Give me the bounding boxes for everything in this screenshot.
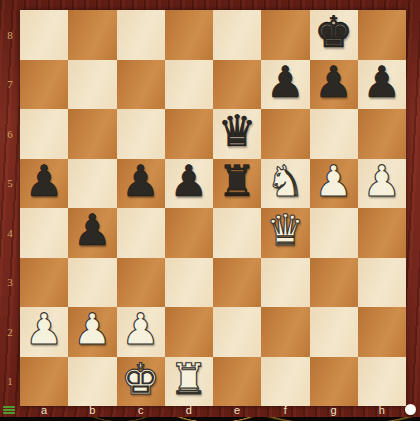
square-g1[interactable]: [310, 357, 358, 407]
file-label-d: d: [165, 403, 213, 417]
square-a4[interactable]: [20, 208, 68, 258]
square-g3[interactable]: [310, 258, 358, 308]
file-label-f: f: [261, 403, 309, 417]
white-king[interactable]: ♚: [121, 358, 160, 401]
white-pawn[interactable]: ♟: [314, 160, 353, 203]
square-d2[interactable]: [165, 307, 213, 357]
rank-label-4: 4: [0, 208, 20, 258]
square-a7[interactable]: [20, 60, 68, 110]
square-a1[interactable]: [20, 357, 68, 407]
menu-icon[interactable]: [3, 406, 15, 414]
square-h2[interactable]: [358, 307, 406, 357]
square-d5[interactable]: ♟: [165, 159, 213, 209]
black-rook[interactable]: ♜: [218, 160, 257, 203]
square-e7[interactable]: [213, 60, 261, 110]
file-label-h: h: [358, 403, 406, 417]
square-h3[interactable]: [358, 258, 406, 308]
rank-label-1: 1: [0, 357, 20, 407]
square-f7[interactable]: ♟: [261, 60, 309, 110]
square-b2[interactable]: ♟: [68, 307, 116, 357]
square-f6[interactable]: [261, 109, 309, 159]
rank-labels: 87654321: [0, 10, 20, 406]
square-g8[interactable]: ♚: [310, 10, 358, 60]
square-f1[interactable]: [261, 357, 309, 407]
black-queen[interactable]: ♛: [218, 110, 257, 153]
square-d7[interactable]: [165, 60, 213, 110]
file-label-b: b: [68, 403, 116, 417]
black-pawn[interactable]: ♟: [314, 61, 353, 104]
square-h8[interactable]: [358, 10, 406, 60]
square-b4[interactable]: ♟: [68, 208, 116, 258]
square-d1[interactable]: ♜: [165, 357, 213, 407]
square-d3[interactable]: [165, 258, 213, 308]
square-c5[interactable]: ♟: [117, 159, 165, 209]
square-d4[interactable]: [165, 208, 213, 258]
decorative-strip: [0, 417, 420, 421]
square-c3[interactable]: [117, 258, 165, 308]
square-c7[interactable]: [117, 60, 165, 110]
white-to-move-indicator: [405, 404, 416, 415]
file-labels: abcdefgh: [20, 403, 406, 417]
square-b6[interactable]: [68, 109, 116, 159]
black-pawn[interactable]: ♟: [170, 160, 209, 203]
square-e8[interactable]: [213, 10, 261, 60]
white-rook[interactable]: ♜: [170, 358, 209, 401]
file-label-e: e: [213, 403, 261, 417]
square-h4[interactable]: [358, 208, 406, 258]
square-g4[interactable]: [310, 208, 358, 258]
square-c2[interactable]: ♟: [117, 307, 165, 357]
white-pawn[interactable]: ♟: [25, 308, 64, 351]
white-knight[interactable]: ♞: [266, 160, 305, 203]
square-e1[interactable]: [213, 357, 261, 407]
square-e3[interactable]: [213, 258, 261, 308]
square-b1[interactable]: [68, 357, 116, 407]
square-f5[interactable]: ♞: [261, 159, 309, 209]
white-pawn[interactable]: ♟: [73, 308, 112, 351]
square-b7[interactable]: [68, 60, 116, 110]
rank-label-3: 3: [0, 258, 20, 308]
square-h1[interactable]: [358, 357, 406, 407]
chess-board: ♚♟♟♟♛♟♟♟♜♞♟♟♟♛♟♟♟♚♜: [20, 10, 406, 406]
square-g5[interactable]: ♟: [310, 159, 358, 209]
file-label-c: c: [117, 403, 165, 417]
square-b3[interactable]: [68, 258, 116, 308]
square-f3[interactable]: [261, 258, 309, 308]
white-pawn[interactable]: ♟: [363, 160, 402, 203]
white-queen[interactable]: ♛: [266, 209, 305, 252]
chess-app: 87654321 ♚♟♟♟♛♟♟♟♜♞♟♟♟♛♟♟♟♚♜ abcdefgh: [0, 0, 420, 421]
square-a3[interactable]: [20, 258, 68, 308]
square-b5[interactable]: [68, 159, 116, 209]
square-h6[interactable]: [358, 109, 406, 159]
square-e2[interactable]: [213, 307, 261, 357]
square-f4[interactable]: ♛: [261, 208, 309, 258]
black-pawn[interactable]: ♟: [363, 61, 402, 104]
black-pawn[interactable]: ♟: [25, 160, 64, 203]
rank-label-5: 5: [0, 159, 20, 209]
square-e4[interactable]: [213, 208, 261, 258]
square-a5[interactable]: ♟: [20, 159, 68, 209]
square-a6[interactable]: [20, 109, 68, 159]
black-pawn[interactable]: ♟: [73, 209, 112, 252]
square-c8[interactable]: [117, 10, 165, 60]
square-a8[interactable]: [20, 10, 68, 60]
white-pawn[interactable]: ♟: [121, 308, 160, 351]
square-h5[interactable]: ♟: [358, 159, 406, 209]
square-c6[interactable]: [117, 109, 165, 159]
square-f2[interactable]: [261, 307, 309, 357]
square-d8[interactable]: [165, 10, 213, 60]
square-g6[interactable]: [310, 109, 358, 159]
rank-label-8: 8: [0, 10, 20, 60]
rank-label-6: 6: [0, 109, 20, 159]
rank-label-2: 2: [0, 307, 20, 357]
square-d6[interactable]: [165, 109, 213, 159]
square-c4[interactable]: [117, 208, 165, 258]
rank-label-7: 7: [0, 60, 20, 110]
file-label-g: g: [310, 403, 358, 417]
square-e6[interactable]: ♛: [213, 109, 261, 159]
square-f8[interactable]: [261, 10, 309, 60]
square-c1[interactable]: ♚: [117, 357, 165, 407]
square-g2[interactable]: [310, 307, 358, 357]
black-king[interactable]: ♚: [314, 11, 353, 54]
square-a2[interactable]: ♟: [20, 307, 68, 357]
square-h7[interactable]: ♟: [358, 60, 406, 110]
black-pawn[interactable]: ♟: [266, 61, 305, 104]
square-g7[interactable]: ♟: [310, 60, 358, 110]
square-b8[interactable]: [68, 10, 116, 60]
file-label-a: a: [20, 403, 68, 417]
square-e5[interactable]: ♜: [213, 159, 261, 209]
black-pawn[interactable]: ♟: [121, 160, 160, 203]
